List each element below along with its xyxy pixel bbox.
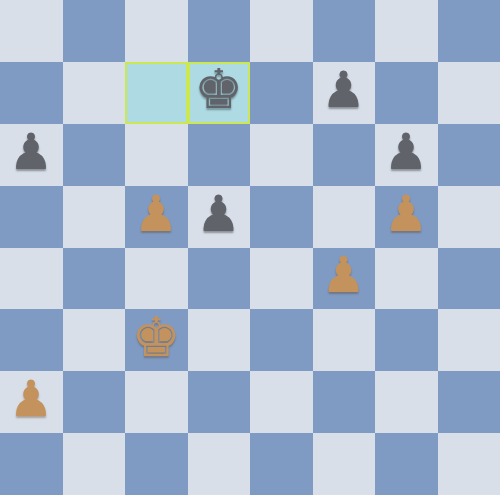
square-e5[interactable] — [250, 186, 313, 248]
white-king[interactable]: ♚ — [132, 310, 181, 365]
square-h2[interactable] — [438, 371, 500, 433]
square-f7[interactable]: ♟ — [313, 62, 376, 124]
square-g2[interactable] — [375, 371, 438, 433]
square-e6[interactable] — [250, 124, 313, 186]
black-pawn[interactable]: ♟ — [384, 127, 429, 177]
square-f4[interactable]: ♟ — [313, 248, 376, 310]
square-b6[interactable] — [63, 124, 126, 186]
square-e2[interactable] — [250, 371, 313, 433]
square-c8[interactable] — [125, 0, 188, 62]
white-pawn[interactable]: ♟ — [321, 250, 366, 300]
square-h8[interactable] — [438, 0, 500, 62]
square-h4[interactable] — [438, 248, 500, 310]
square-b4[interactable] — [63, 248, 126, 310]
square-d5[interactable]: ♟ — [188, 186, 251, 248]
square-e7[interactable] — [250, 62, 313, 124]
square-a6[interactable]: ♟ — [0, 124, 63, 186]
square-d2[interactable] — [188, 371, 251, 433]
square-g5[interactable]: ♟ — [375, 186, 438, 248]
square-g4[interactable] — [375, 248, 438, 310]
chess-board: ♚♟♟♟♟♟♟♟♚♟ — [0, 0, 500, 495]
black-pawn[interactable]: ♟ — [9, 127, 54, 177]
square-c5[interactable]: ♟ — [125, 186, 188, 248]
square-a2[interactable]: ♟ — [0, 371, 63, 433]
square-b2[interactable] — [63, 371, 126, 433]
square-c1[interactable] — [125, 433, 188, 495]
square-b5[interactable] — [63, 186, 126, 248]
square-d6[interactable] — [188, 124, 251, 186]
white-pawn[interactable]: ♟ — [134, 189, 179, 239]
square-a3[interactable] — [0, 309, 63, 371]
square-g7[interactable] — [375, 62, 438, 124]
square-c7[interactable] — [125, 62, 188, 124]
square-a5[interactable] — [0, 186, 63, 248]
square-b7[interactable] — [63, 62, 126, 124]
square-a7[interactable] — [0, 62, 63, 124]
square-f1[interactable] — [313, 433, 376, 495]
square-c3[interactable]: ♚ — [125, 309, 188, 371]
square-h6[interactable] — [438, 124, 500, 186]
square-b8[interactable] — [63, 0, 126, 62]
white-pawn[interactable]: ♟ — [9, 374, 54, 424]
square-e1[interactable] — [250, 433, 313, 495]
square-f8[interactable] — [313, 0, 376, 62]
square-d1[interactable] — [188, 433, 251, 495]
square-a1[interactable] — [0, 433, 63, 495]
square-c2[interactable] — [125, 371, 188, 433]
square-f5[interactable] — [313, 186, 376, 248]
square-b3[interactable] — [63, 309, 126, 371]
square-c4[interactable] — [125, 248, 188, 310]
black-pawn[interactable]: ♟ — [196, 189, 241, 239]
square-g1[interactable] — [375, 433, 438, 495]
square-e4[interactable] — [250, 248, 313, 310]
square-h3[interactable] — [438, 309, 500, 371]
square-e8[interactable] — [250, 0, 313, 62]
square-g6[interactable]: ♟ — [375, 124, 438, 186]
square-f3[interactable] — [313, 309, 376, 371]
square-g3[interactable] — [375, 309, 438, 371]
square-d4[interactable] — [188, 248, 251, 310]
square-b1[interactable] — [63, 433, 126, 495]
square-h7[interactable] — [438, 62, 500, 124]
black-king[interactable]: ♚ — [194, 62, 243, 117]
black-pawn[interactable]: ♟ — [321, 65, 366, 115]
square-h1[interactable] — [438, 433, 500, 495]
square-a8[interactable] — [0, 0, 63, 62]
white-pawn[interactable]: ♟ — [384, 189, 429, 239]
square-a4[interactable] — [0, 248, 63, 310]
square-h5[interactable] — [438, 186, 500, 248]
square-c6[interactable] — [125, 124, 188, 186]
square-d7[interactable]: ♚ — [188, 62, 251, 124]
square-f2[interactable] — [313, 371, 376, 433]
square-d8[interactable] — [188, 0, 251, 62]
square-f6[interactable] — [313, 124, 376, 186]
square-e3[interactable] — [250, 309, 313, 371]
square-g8[interactable] — [375, 0, 438, 62]
square-d3[interactable] — [188, 309, 251, 371]
